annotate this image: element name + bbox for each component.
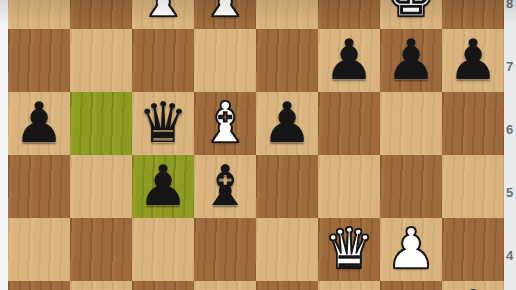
square-f7[interactable]: ♟ (318, 29, 380, 92)
square-b8[interactable] (70, 0, 132, 29)
square-c4[interactable] (132, 218, 194, 281)
square-h5[interactable] (442, 155, 504, 218)
square-e7[interactable] (256, 29, 318, 92)
square-f3[interactable] (318, 281, 380, 290)
square-e5[interactable] (256, 155, 318, 218)
square-a4[interactable] (8, 218, 70, 281)
square-d6[interactable]: ♝ (194, 92, 256, 155)
black-pawn[interactable]: ♟ (442, 29, 504, 92)
square-g3[interactable] (380, 281, 442, 290)
square-b7[interactable] (70, 29, 132, 92)
square-a8[interactable] (8, 0, 70, 29)
square-e3[interactable] (256, 281, 318, 290)
black-pawn[interactable]: ♟ (318, 29, 380, 92)
rank-label-8: 8 (504, 0, 515, 13)
square-f4[interactable]: ♛ (318, 218, 380, 281)
white-queen[interactable]: ♛ (318, 218, 380, 281)
square-a5[interactable] (8, 155, 70, 218)
black-pawn[interactable]: ♟ (380, 29, 442, 92)
square-d3[interactable] (194, 281, 256, 290)
black-bishop[interactable]: ♝ (194, 155, 256, 218)
black-pawn[interactable]: ♟ (8, 92, 70, 155)
square-h4[interactable] (442, 218, 504, 281)
white-bishop[interactable]: ♝ (194, 0, 256, 29)
rank-label-4: 4 (504, 247, 515, 265)
square-a3[interactable] (8, 281, 70, 290)
square-h8[interactable] (442, 0, 504, 29)
white-king[interactable]: ♚ (380, 0, 442, 29)
square-h6[interactable] (442, 92, 504, 155)
square-c7[interactable] (132, 29, 194, 92)
square-d4[interactable] (194, 218, 256, 281)
square-c8[interactable]: ♝ (132, 0, 194, 29)
white-bishop[interactable]: ♝ (194, 92, 256, 155)
square-b6[interactable] (70, 92, 132, 155)
square-d8[interactable]: ♝ (194, 0, 256, 29)
square-b3[interactable] (70, 281, 132, 290)
square-h7[interactable]: ♟ (442, 29, 504, 92)
white-bishop[interactable]: ♝ (132, 0, 194, 29)
square-g7[interactable]: ♟ (380, 29, 442, 92)
square-e4[interactable] (256, 218, 318, 281)
square-a6[interactable]: ♟ (8, 92, 70, 155)
square-h3[interactable]: ♟ (442, 281, 504, 290)
square-b5[interactable] (70, 155, 132, 218)
square-a7[interactable] (8, 29, 70, 92)
rank-label-7: 7 (504, 58, 515, 76)
white-pawn[interactable]: ♟ (380, 218, 442, 281)
square-f6[interactable] (318, 92, 380, 155)
square-c3[interactable] (132, 281, 194, 290)
square-b4[interactable] (70, 218, 132, 281)
square-c5[interactable]: ♟ (132, 155, 194, 218)
chess-thumbnail: ♝♝♚♟♟♟♟♛♝♟♟♝♛♟♟ 87654 (0, 0, 516, 290)
square-g5[interactable] (380, 155, 442, 218)
black-pawn[interactable]: ♟ (256, 92, 318, 155)
square-g8[interactable]: ♚ (380, 0, 442, 29)
square-f5[interactable] (318, 155, 380, 218)
square-e6[interactable]: ♟ (256, 92, 318, 155)
white-pawn[interactable]: ♟ (442, 281, 504, 290)
coordinate-strip: 87654 (504, 0, 516, 290)
black-pawn[interactable]: ♟ (132, 155, 194, 218)
square-d5[interactable]: ♝ (194, 155, 256, 218)
rank-label-5: 5 (504, 184, 515, 202)
square-d7[interactable] (194, 29, 256, 92)
chess-board[interactable]: ♝♝♚♟♟♟♟♛♝♟♟♝♛♟♟ (8, 0, 504, 290)
square-f8[interactable] (318, 0, 380, 29)
left-margin (0, 0, 8, 290)
square-e8[interactable] (256, 0, 318, 29)
rank-label-6: 6 (504, 121, 515, 139)
square-c6[interactable]: ♛ (132, 92, 194, 155)
square-g4[interactable]: ♟ (380, 218, 442, 281)
square-g6[interactable] (380, 92, 442, 155)
black-queen[interactable]: ♛ (132, 92, 194, 155)
